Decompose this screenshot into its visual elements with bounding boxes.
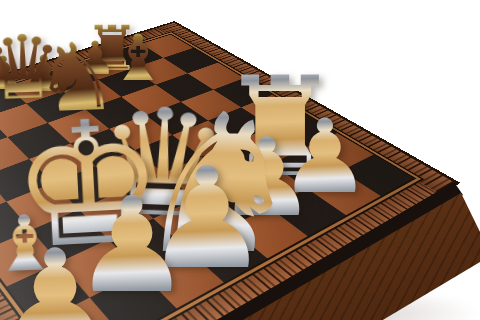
chess-set-photo: ♟♛♟♞♟♜♝♝♚♟♛♞♟♜♟♟♟ (0, 0, 480, 320)
chess-piece-silver-pawn: ♟ (0, 232, 117, 320)
pieces-layer: ♟♛♟♞♟♜♝♝♚♟♛♞♟♜♟♟♟ (0, 0, 480, 320)
